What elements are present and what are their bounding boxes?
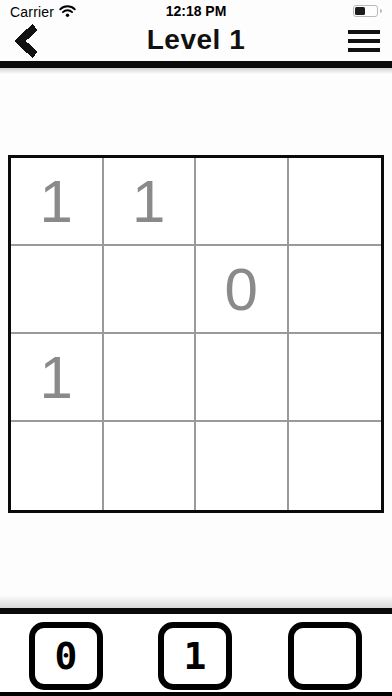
nav-bar: Level 1 <box>0 22 392 61</box>
menu-icon <box>348 30 380 34</box>
cell-r2c1[interactable] <box>104 334 197 422</box>
input-1-label: 1 <box>184 637 207 675</box>
cell-r1c0[interactable] <box>11 246 104 334</box>
cell-r2c3[interactable] <box>289 334 382 422</box>
battery-fill <box>355 7 365 15</box>
nav-divider <box>0 61 392 68</box>
cell-r2c0[interactable]: 1 <box>11 334 104 422</box>
battery-nub <box>380 9 382 13</box>
menu-button[interactable] <box>348 30 380 52</box>
input-toolbar: 0 1 <box>0 614 392 692</box>
carrier-label: Carrier <box>10 4 54 20</box>
cell-r3c3[interactable] <box>289 422 382 510</box>
input-0-button[interactable]: 0 <box>29 622 103 690</box>
app-screen: Carrier 12:18 PM Level 1 <box>0 0 392 696</box>
erase-button[interactable] <box>288 622 362 690</box>
cell-r0c2[interactable] <box>196 158 289 246</box>
clock: 12:18 PM <box>166 3 227 19</box>
input-1-button[interactable]: 1 <box>158 622 232 690</box>
cell-r2c2[interactable] <box>196 334 289 422</box>
battery-icon <box>353 5 378 17</box>
wifi-icon <box>59 3 76 21</box>
bottom-edge <box>0 692 392 696</box>
puzzle-board: 1101 <box>8 155 384 513</box>
cell-r3c2[interactable] <box>196 422 289 510</box>
cell-r0c3[interactable] <box>289 158 382 246</box>
cell-r1c3[interactable] <box>289 246 382 334</box>
nav-shadow <box>0 68 392 74</box>
cell-r1c2[interactable]: 0 <box>196 246 289 334</box>
page-title: Level 1 <box>0 24 392 56</box>
input-0-label: 0 <box>55 637 78 675</box>
cell-r1c1[interactable] <box>104 246 197 334</box>
cell-r0c0[interactable]: 1 <box>11 158 104 246</box>
cell-r3c1[interactable] <box>104 422 197 510</box>
cell-r0c1[interactable]: 1 <box>104 158 197 246</box>
status-bar: Carrier 12:18 PM <box>0 0 392 22</box>
status-left: Carrier <box>10 3 76 21</box>
toolbar-shadow <box>0 595 392 608</box>
cell-r3c0[interactable] <box>11 422 104 510</box>
